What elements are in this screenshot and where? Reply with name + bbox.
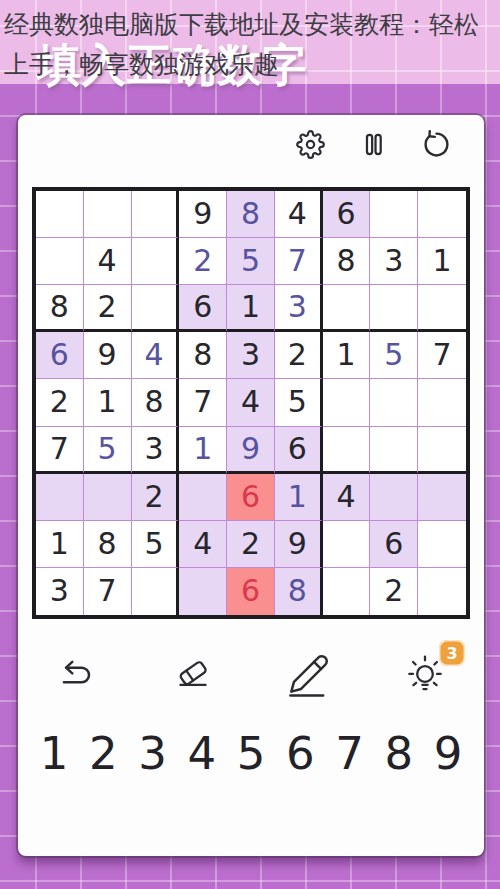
cell-r9c5[interactable]: 6 bbox=[227, 568, 275, 615]
pencil-button[interactable] bbox=[286, 652, 332, 698]
cell-r7c2[interactable] bbox=[84, 474, 132, 521]
lightbulb-icon bbox=[402, 683, 448, 702]
top-toolbar bbox=[18, 115, 484, 161]
cell-r5c3[interactable]: 8 bbox=[132, 379, 180, 426]
cell-r8c7[interactable] bbox=[323, 521, 371, 568]
eraser-button[interactable] bbox=[170, 652, 216, 698]
cell-r2c9[interactable]: 1 bbox=[418, 238, 466, 285]
cell-r6c9[interactable] bbox=[418, 427, 466, 474]
cell-r3c3[interactable] bbox=[132, 285, 180, 332]
cell-r3c9[interactable] bbox=[418, 285, 466, 332]
cell-r2c4[interactable]: 2 bbox=[179, 238, 227, 285]
cell-r8c8[interactable]: 6 bbox=[370, 521, 418, 568]
cell-r5c5[interactable]: 4 bbox=[227, 379, 275, 426]
pencil-icon bbox=[286, 683, 332, 702]
cell-r9c7[interactable] bbox=[323, 568, 371, 615]
numpad-1[interactable]: 1 bbox=[38, 728, 70, 780]
cell-r6c2[interactable]: 5 bbox=[84, 427, 132, 474]
cell-r1c6[interactable]: 4 bbox=[275, 191, 323, 238]
cell-r1c5[interactable]: 8 bbox=[227, 191, 275, 238]
numpad-9[interactable]: 9 bbox=[432, 728, 464, 780]
page-title: 经典数独电脑版下载地址及安装教程：轻松 上手，畅享数独游戏乐趣 bbox=[4, 5, 479, 85]
undo-icon bbox=[54, 683, 100, 702]
cell-r9c3[interactable] bbox=[132, 568, 180, 615]
cell-r8c5[interactable]: 2 bbox=[227, 521, 275, 568]
cell-r9c4[interactable] bbox=[179, 568, 227, 615]
cell-r1c1[interactable] bbox=[36, 191, 84, 238]
app-screen: 填入正确数字 经典数独电脑版下载地址及安装教程：轻松 上手，畅享数独游戏乐趣 bbox=[0, 0, 500, 889]
cell-r1c7[interactable]: 6 bbox=[323, 191, 371, 238]
page-title-line1: 经典数独电脑版下载地址及安装教程：轻松 bbox=[4, 5, 479, 45]
cell-r3c8[interactable] bbox=[370, 285, 418, 332]
cell-r2c5[interactable]: 5 bbox=[227, 238, 275, 285]
cell-r4c9[interactable]: 7 bbox=[418, 332, 466, 379]
pause-button[interactable] bbox=[360, 131, 387, 161]
numpad-7[interactable]: 7 bbox=[334, 728, 366, 780]
cell-r5c9[interactable] bbox=[418, 379, 466, 426]
numpad-6[interactable]: 6 bbox=[284, 728, 316, 780]
numpad-2[interactable]: 2 bbox=[87, 728, 119, 780]
cell-r9c9[interactable] bbox=[418, 568, 466, 615]
cell-r4c4[interactable]: 8 bbox=[179, 332, 227, 379]
cell-r1c2[interactable] bbox=[84, 191, 132, 238]
cell-r1c4[interactable]: 9 bbox=[179, 191, 227, 238]
cell-r6c3[interactable]: 3 bbox=[132, 427, 180, 474]
numpad-3[interactable]: 3 bbox=[137, 728, 169, 780]
cell-r7c1[interactable] bbox=[36, 474, 84, 521]
cell-r3c1[interactable]: 8 bbox=[36, 285, 84, 332]
cell-r9c6[interactable]: 8 bbox=[275, 568, 323, 615]
restart-button[interactable] bbox=[422, 130, 451, 162]
cell-r8c6[interactable]: 9 bbox=[275, 521, 323, 568]
numpad: 123456789 bbox=[18, 728, 484, 780]
cell-r8c3[interactable]: 5 bbox=[132, 521, 180, 568]
cell-r4c1[interactable]: 6 bbox=[36, 332, 84, 379]
cell-r3c4[interactable]: 6 bbox=[179, 285, 227, 332]
pause-icon bbox=[360, 131, 387, 161]
cell-r2c2[interactable]: 4 bbox=[84, 238, 132, 285]
eraser-icon bbox=[170, 683, 216, 702]
restart-icon bbox=[422, 130, 451, 162]
cell-r2c3[interactable] bbox=[132, 238, 180, 285]
cell-r6c1[interactable]: 7 bbox=[36, 427, 84, 474]
cell-r6c5[interactable]: 9 bbox=[227, 427, 275, 474]
page-title-line2: 上手，畅享数独游戏乐趣 bbox=[4, 45, 479, 85]
cell-r4c5[interactable]: 3 bbox=[227, 332, 275, 379]
hint-count-badge: 3 bbox=[439, 640, 465, 666]
numpad-8[interactable]: 8 bbox=[383, 728, 415, 780]
cell-r4c7[interactable]: 1 bbox=[323, 332, 371, 379]
cell-r2c6[interactable]: 7 bbox=[275, 238, 323, 285]
cell-r4c3[interactable]: 4 bbox=[132, 332, 180, 379]
cell-r6c8[interactable] bbox=[370, 427, 418, 474]
numpad-4[interactable]: 4 bbox=[186, 728, 218, 780]
hint-button[interactable]: 3 bbox=[402, 652, 448, 698]
cell-r2c7[interactable]: 8 bbox=[323, 238, 371, 285]
game-card: 9846425783182613694832157218745753196261… bbox=[18, 115, 484, 856]
cell-r5c1[interactable]: 2 bbox=[36, 379, 84, 426]
cell-r7c4[interactable] bbox=[179, 474, 227, 521]
cell-r3c6[interactable]: 3 bbox=[275, 285, 323, 332]
undo-button[interactable] bbox=[54, 652, 100, 698]
cell-r8c2[interactable]: 8 bbox=[84, 521, 132, 568]
cell-r1c9[interactable] bbox=[418, 191, 466, 238]
cell-r2c8[interactable]: 3 bbox=[370, 238, 418, 285]
cell-r3c5[interactable]: 1 bbox=[227, 285, 275, 332]
cell-r4c8[interactable]: 5 bbox=[370, 332, 418, 379]
settings-button[interactable] bbox=[296, 130, 325, 162]
bottom-toolbar: 3 bbox=[18, 646, 484, 704]
cell-r7c5[interactable]: 6 bbox=[227, 474, 275, 521]
cell-r1c3[interactable] bbox=[132, 191, 180, 238]
cell-r2c1[interactable] bbox=[36, 238, 84, 285]
numpad-5[interactable]: 5 bbox=[235, 728, 267, 780]
gear-icon bbox=[296, 130, 325, 162]
cell-r8c4[interactable]: 4 bbox=[179, 521, 227, 568]
sudoku-board: 9846425783182613694832157218745753196261… bbox=[32, 187, 470, 619]
cell-r7c7[interactable]: 4 bbox=[323, 474, 371, 521]
cell-r7c3[interactable]: 2 bbox=[132, 474, 180, 521]
cell-r6c7[interactable] bbox=[323, 427, 371, 474]
cell-r9c2[interactable]: 7 bbox=[84, 568, 132, 615]
cell-r5c8[interactable] bbox=[370, 379, 418, 426]
cell-r5c7[interactable] bbox=[323, 379, 371, 426]
cell-r6c6[interactable]: 6 bbox=[275, 427, 323, 474]
cell-r9c1[interactable]: 3 bbox=[36, 568, 84, 615]
cell-r3c2[interactable]: 2 bbox=[84, 285, 132, 332]
cell-r7c9[interactable] bbox=[418, 474, 466, 521]
cell-r1c8[interactable] bbox=[370, 191, 418, 238]
cell-r9c8[interactable]: 2 bbox=[370, 568, 418, 615]
cell-r7c8[interactable] bbox=[370, 474, 418, 521]
cell-r5c6[interactable]: 5 bbox=[275, 379, 323, 426]
cell-r7c6[interactable]: 1 bbox=[275, 474, 323, 521]
cell-r6c4[interactable]: 1 bbox=[179, 427, 227, 474]
cell-r5c2[interactable]: 1 bbox=[84, 379, 132, 426]
cell-r3c7[interactable] bbox=[323, 285, 371, 332]
cell-r4c6[interactable]: 2 bbox=[275, 332, 323, 379]
cell-r8c1[interactable]: 1 bbox=[36, 521, 84, 568]
cell-r5c4[interactable]: 7 bbox=[179, 379, 227, 426]
cell-r4c2[interactable]: 9 bbox=[84, 332, 132, 379]
cell-r8c9[interactable] bbox=[418, 521, 466, 568]
